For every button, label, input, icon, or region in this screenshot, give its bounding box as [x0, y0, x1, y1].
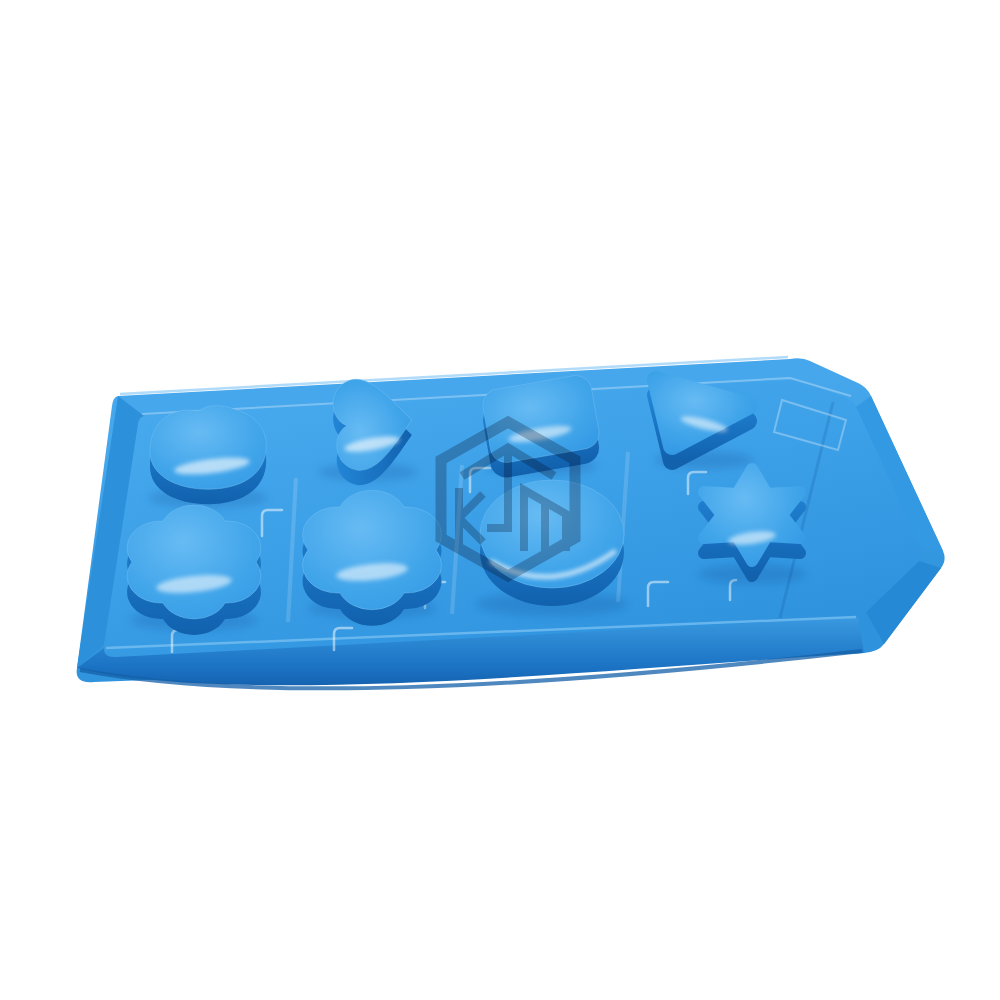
- mold-flower-1: [127, 505, 261, 635]
- mold-apple: [150, 406, 266, 505]
- apple-top: [150, 406, 266, 490]
- product-photo: [0, 0, 1000, 1000]
- ice-tray-illustration: [0, 0, 1000, 1000]
- mold-flower-2: [302, 490, 441, 625]
- mold-circle: [480, 480, 624, 606]
